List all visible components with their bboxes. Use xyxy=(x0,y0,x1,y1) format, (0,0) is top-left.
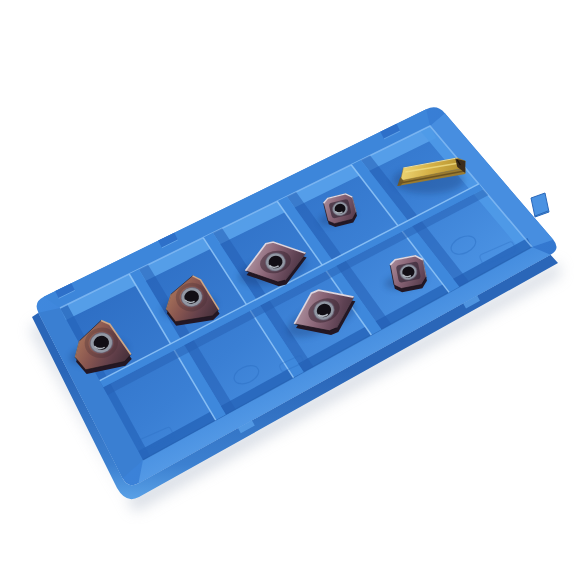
square-insert-2 xyxy=(389,254,428,293)
latch-tab xyxy=(531,193,549,217)
insert-box-scene xyxy=(0,0,580,580)
product-photo xyxy=(0,0,580,580)
